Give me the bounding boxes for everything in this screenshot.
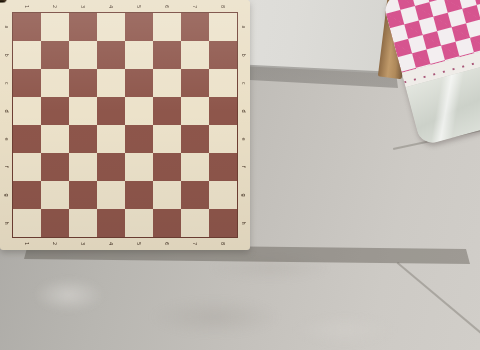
- piece-black-rook-h8: ♜: [0, 0, 7, 3]
- pieces-layer: ♜♟♟♜♞♟♟♞♝♟♟♝♛♟♟♛♚♟♟♚♝♟♟♝♞♟♟♞♜♟♟♜: [0, 0, 480, 350]
- photo-scene: 12345678 12345678 abcdefgh abcdefgh ♜♟♟♜…: [0, 0, 480, 350]
